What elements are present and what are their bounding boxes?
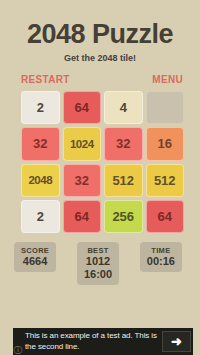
tile-64: 64 [63, 200, 102, 233]
tile-4: 4 [104, 91, 143, 124]
best-label: BEST [84, 246, 112, 255]
restart-button[interactable]: RESTART [21, 74, 70, 85]
ad-banner[interactable]: This is an example of a test ad. This is… [13, 328, 193, 355]
best-time-value: 16:00 [84, 268, 112, 281]
tile-256: 256 [104, 200, 143, 233]
tile-512: 512 [104, 164, 143, 197]
time-label: TIME [147, 246, 175, 255]
tile-16: 16 [146, 127, 185, 160]
empty-cell [146, 91, 185, 124]
app-subtitle: Get the 2048 tile! [0, 53, 200, 64]
ad-arrow-button[interactable]: ➜ [162, 331, 191, 352]
ad-info-icon[interactable]: ⓘ [13, 345, 23, 355]
score-label: SCORE [21, 246, 49, 255]
scoreboard: SCORE 4664 BEST 1012 16:00 TIME 00:16 [14, 242, 182, 285]
time-value: 00:16 [147, 255, 175, 268]
score-box: SCORE 4664 [14, 242, 56, 272]
tile-64: 64 [146, 200, 185, 233]
app-title: 2048 Puzzle [0, 19, 200, 49]
tile-1024: 1024 [63, 127, 102, 160]
tile-32: 32 [104, 127, 143, 160]
best-box: BEST 1012 16:00 [77, 242, 119, 285]
score-value: 4664 [21, 255, 49, 268]
tile-512: 512 [146, 164, 185, 197]
tile-2: 2 [21, 200, 60, 233]
game-board[interactable]: 2644321024321620483251251226425664 [21, 91, 184, 233]
tile-32: 32 [21, 127, 60, 160]
tile-64: 64 [63, 91, 102, 124]
time-box: TIME 00:16 [140, 242, 182, 272]
arrow-right-icon: ➜ [171, 334, 182, 349]
best-score-value: 1012 [84, 255, 112, 268]
ad-text: This is an example of a test ad. This is… [25, 331, 171, 352]
tile-2048: 2048 [21, 164, 60, 197]
tile-2: 2 [21, 91, 60, 124]
menu-button[interactable]: MENU [152, 74, 183, 85]
top-menu-bar: RESTART MENU [21, 74, 183, 85]
tile-32: 32 [63, 164, 102, 197]
